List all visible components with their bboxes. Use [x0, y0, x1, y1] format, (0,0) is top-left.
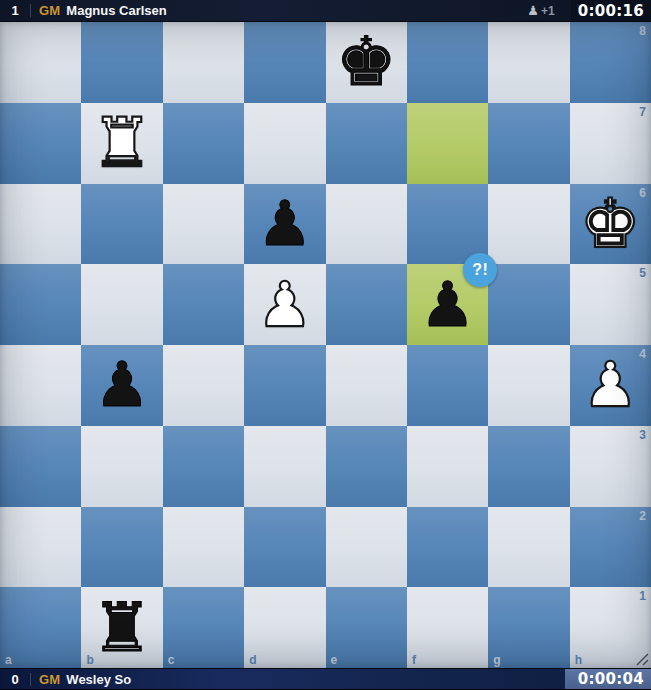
file-label-e: e — [331, 654, 338, 666]
material-advantage-value: +1 — [541, 4, 555, 18]
square-c1[interactable]: c — [163, 587, 244, 668]
white-king-h6[interactable]: ♚ — [580, 190, 641, 258]
square-f7[interactable] — [407, 103, 488, 184]
square-h4[interactable]: 4♟ — [570, 345, 651, 426]
bar-divider — [30, 4, 31, 17]
bottom-player-bar: 0 GM Wesley So 0:00:04 — [0, 668, 651, 689]
square-h3[interactable]: 3 — [570, 426, 651, 507]
bottom-player-title: GM — [39, 672, 60, 687]
black-pawn-f5[interactable]: ♟ — [420, 274, 476, 336]
square-c7[interactable] — [163, 103, 244, 184]
square-f3[interactable] — [407, 426, 488, 507]
square-g2[interactable] — [488, 507, 569, 588]
square-f2[interactable] — [407, 507, 488, 588]
white-rook-b7[interactable]: ♜ — [92, 109, 153, 177]
square-c8[interactable] — [163, 22, 244, 103]
file-label-c: c — [168, 654, 175, 666]
square-h2[interactable]: 2 — [570, 507, 651, 588]
pawn-icon: ♟ — [527, 4, 539, 17]
top-player-name: Magnus Carlsen — [66, 3, 166, 18]
top-player-title: GM — [39, 3, 60, 18]
chess-board[interactable]: ♚8♜7♟6♚♟♟?!5♟4♟32ab♜cdefg1h — [0, 22, 651, 668]
square-f8[interactable] — [407, 22, 488, 103]
square-g3[interactable] — [488, 426, 569, 507]
file-label-g: g — [493, 654, 500, 666]
square-a6[interactable] — [0, 184, 81, 265]
square-a3[interactable] — [0, 426, 81, 507]
rank-label-6: 6 — [639, 187, 646, 199]
file-label-a: a — [5, 654, 12, 666]
white-pawn-d5[interactable]: ♟ — [257, 274, 313, 336]
square-c2[interactable] — [163, 507, 244, 588]
material-advantage: ♟ +1 — [527, 4, 554, 18]
square-d5[interactable]: ♟ — [244, 264, 325, 345]
square-d1[interactable]: d — [244, 587, 325, 668]
top-player-clock: 0:00:16 — [571, 0, 651, 21]
black-pawn-d6[interactable]: ♟ — [257, 193, 313, 255]
chess-app-window: 1 GM Magnus Carlsen ♟ +1 0:00:16 ♚8♜7♟6♚… — [0, 0, 651, 690]
rank-label-4: 4 — [639, 348, 646, 360]
square-d3[interactable] — [244, 426, 325, 507]
black-king-e8[interactable]: ♚ — [336, 28, 397, 96]
square-d8[interactable] — [244, 22, 325, 103]
square-e8[interactable]: ♚ — [326, 22, 407, 103]
square-h6[interactable]: 6♚ — [570, 184, 651, 265]
square-g8[interactable] — [488, 22, 569, 103]
square-a1[interactable]: a — [0, 587, 81, 668]
square-f4[interactable] — [407, 345, 488, 426]
top-player-bar: 1 GM Magnus Carlsen ♟ +1 0:00:16 — [0, 0, 651, 22]
square-f6[interactable] — [407, 184, 488, 265]
square-h8[interactable]: 8 — [570, 22, 651, 103]
square-h5[interactable]: 5 — [570, 264, 651, 345]
square-c5[interactable] — [163, 264, 244, 345]
square-g1[interactable]: g — [488, 587, 569, 668]
bottom-player-clock: 0:00:04 — [565, 669, 651, 689]
square-d7[interactable] — [244, 103, 325, 184]
rank-label-5: 5 — [639, 267, 646, 279]
black-rook-b1[interactable]: ♜ — [92, 594, 153, 662]
square-a4[interactable] — [0, 345, 81, 426]
top-player-score: 1 — [8, 3, 22, 18]
square-c4[interactable] — [163, 345, 244, 426]
bottom-player-name: Wesley So — [66, 672, 131, 687]
square-a7[interactable] — [0, 103, 81, 184]
white-pawn-h4[interactable]: ♟ — [583, 354, 639, 416]
square-d2[interactable] — [244, 507, 325, 588]
square-b8[interactable] — [81, 22, 162, 103]
square-e5[interactable] — [326, 264, 407, 345]
square-b3[interactable] — [81, 426, 162, 507]
black-pawn-b4[interactable]: ♟ — [94, 354, 150, 416]
rank-label-3: 3 — [639, 429, 646, 441]
square-e1[interactable]: e — [326, 587, 407, 668]
square-b2[interactable] — [81, 507, 162, 588]
square-e2[interactable] — [326, 507, 407, 588]
square-d6[interactable]: ♟ — [244, 184, 325, 265]
square-e4[interactable] — [326, 345, 407, 426]
rank-label-2: 2 — [639, 510, 646, 522]
square-e3[interactable] — [326, 426, 407, 507]
square-b7[interactable]: ♜ — [81, 103, 162, 184]
square-a5[interactable] — [0, 264, 81, 345]
rank-label-1: 1 — [639, 590, 646, 602]
square-b6[interactable] — [81, 184, 162, 265]
square-e7[interactable] — [326, 103, 407, 184]
square-f5[interactable]: ♟?! — [407, 264, 488, 345]
square-e6[interactable] — [326, 184, 407, 265]
square-g6[interactable] — [488, 184, 569, 265]
square-b1[interactable]: b♜ — [81, 587, 162, 668]
square-a8[interactable] — [0, 22, 81, 103]
square-c3[interactable] — [163, 426, 244, 507]
file-label-f: f — [412, 654, 416, 666]
rank-label-7: 7 — [639, 106, 646, 118]
square-h7[interactable]: 7 — [570, 103, 651, 184]
file-label-d: d — [249, 654, 256, 666]
file-label-b: b — [86, 654, 93, 666]
square-g5[interactable] — [488, 264, 569, 345]
square-c6[interactable] — [163, 184, 244, 265]
file-label-h: h — [575, 654, 582, 666]
resize-handle-icon[interactable] — [634, 651, 649, 666]
square-g4[interactable] — [488, 345, 569, 426]
square-a2[interactable] — [0, 507, 81, 588]
square-b5[interactable] — [81, 264, 162, 345]
square-g7[interactable] — [488, 103, 569, 184]
rank-label-8: 8 — [639, 25, 646, 37]
square-f1[interactable]: f — [407, 587, 488, 668]
square-d4[interactable] — [244, 345, 325, 426]
bar-divider — [30, 673, 31, 686]
bottom-player-score: 0 — [8, 672, 22, 687]
square-b4[interactable]: ♟ — [81, 345, 162, 426]
